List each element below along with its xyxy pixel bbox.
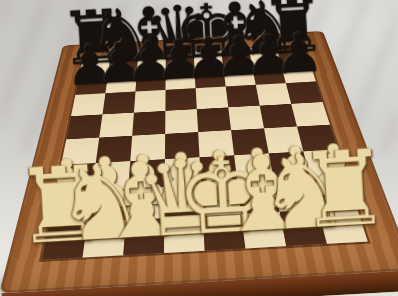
square-b6[interactable]: [102, 92, 135, 115]
square-a2[interactable]: ♟: [49, 191, 92, 224]
square-e4[interactable]: [198, 130, 234, 157]
square-b4[interactable]: [96, 136, 132, 163]
square-g7[interactable]: ♟: [252, 64, 286, 85]
square-h7[interactable]: ♟: [281, 63, 316, 84]
square-b3[interactable]: [92, 161, 131, 191]
square-g3[interactable]: [269, 151, 311, 181]
square-e8[interactable]: ♚: [194, 50, 224, 69]
square-h4[interactable]: [297, 125, 338, 152]
board-front-edge: [2, 270, 398, 296]
square-a3[interactable]: [55, 163, 95, 193]
board-grid: ♜♞♝♛♚♝♞♜♟♟♟♟♟♟♟♟♟♟♟♟♟♟♟♟♜♞♝♛♚♝♞♜: [42, 45, 368, 260]
square-c2[interactable]: ♟: [126, 187, 165, 220]
square-g5[interactable]: [260, 104, 297, 128]
square-e7[interactable]: ♟: [195, 67, 226, 88]
square-d3[interactable]: [165, 157, 201, 187]
board-scene: ♜♞♝♛♚♝♞♜♟♟♟♟♟♟♟♟♟♟♟♟♟♟♟♟♜♞♝♛♚♝♞♜: [0, 0, 398, 296]
square-h5[interactable]: [291, 102, 330, 126]
square-g1[interactable]: ♞: [280, 210, 327, 247]
square-a4[interactable]: [61, 138, 99, 165]
square-a1[interactable]: ♜: [42, 222, 88, 259]
square-c6[interactable]: [134, 90, 166, 113]
square-d6[interactable]: [165, 88, 196, 111]
square-c7[interactable]: ♟: [136, 71, 166, 92]
square-b5[interactable]: [99, 113, 134, 138]
square-h3[interactable]: [303, 149, 346, 178]
square-f1[interactable]: ♝: [241, 212, 286, 249]
square-f8[interactable]: ♝: [221, 48, 252, 67]
square-c3[interactable]: [128, 159, 165, 189]
chess-board: ♜♞♝♛♚♝♞♜♟♟♟♟♟♟♟♟♟♟♟♟♟♟♟♟♜♞♝♛♚♝♞♜: [0, 31, 398, 293]
square-c8[interactable]: ♝: [137, 53, 166, 72]
square-e1[interactable]: ♚: [203, 214, 246, 251]
square-f7[interactable]: ♟: [223, 66, 255, 87]
square-f2[interactable]: ♟: [238, 181, 280, 214]
square-h2[interactable]: ♟: [310, 177, 356, 210]
square-f3[interactable]: [234, 153, 274, 183]
square-f4[interactable]: [231, 128, 269, 155]
square-e2[interactable]: ♟: [201, 183, 241, 216]
square-e5[interactable]: [197, 107, 231, 132]
square-a7[interactable]: ♟: [75, 74, 108, 95]
square-d8[interactable]: ♛: [166, 51, 195, 70]
photo-stage: ♜♞♝♛♚♝♞♜♟♟♟♟♟♟♟♟♟♟♟♟♟♟♟♟♜♞♝♛♚♝♞♜: [0, 0, 398, 296]
square-d2[interactable]: ♟: [164, 185, 202, 218]
square-d1[interactable]: ♛: [164, 216, 205, 253]
square-b1[interactable]: ♞: [83, 220, 126, 257]
square-g8[interactable]: ♞: [249, 47, 281, 66]
square-d4[interactable]: [165, 132, 200, 159]
square-c5[interactable]: [132, 111, 165, 136]
square-h8[interactable]: ♜: [277, 45, 310, 64]
square-b8[interactable]: ♞: [108, 55, 138, 74]
square-c1[interactable]: ♝: [123, 218, 164, 255]
square-a8[interactable]: ♜: [79, 56, 110, 75]
square-a6[interactable]: [71, 93, 105, 116]
square-e3[interactable]: [200, 155, 238, 185]
square-d5[interactable]: [165, 109, 198, 134]
square-h6[interactable]: [286, 81, 323, 103]
square-h1[interactable]: ♜: [318, 207, 367, 243]
square-b2[interactable]: ♟: [87, 189, 128, 222]
square-e6[interactable]: [196, 87, 229, 110]
square-b7[interactable]: ♟: [105, 72, 137, 93]
square-c4[interactable]: [130, 134, 165, 161]
square-f6[interactable]: [226, 85, 260, 108]
square-d7[interactable]: ♟: [166, 69, 196, 90]
square-f5[interactable]: [228, 106, 264, 131]
square-a5[interactable]: [66, 114, 102, 139]
